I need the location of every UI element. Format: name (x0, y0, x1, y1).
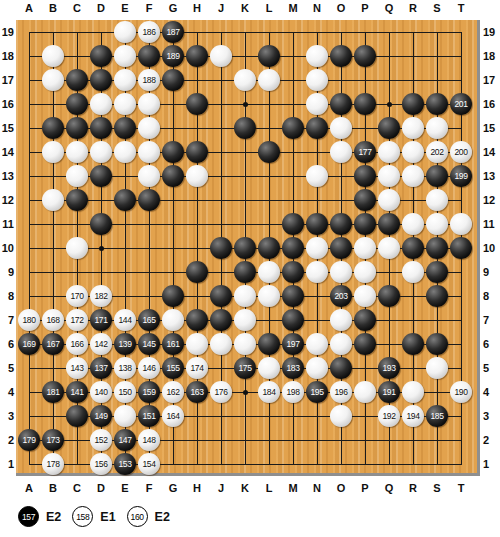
stone-L4: 184 (258, 381, 280, 403)
star-point (387, 102, 392, 107)
stone-O5 (330, 357, 352, 379)
stone-P18 (354, 45, 376, 67)
stone-number: 163 (191, 388, 204, 397)
stone-P13 (354, 165, 376, 187)
stone-P16 (354, 93, 376, 115)
row-label-left: 11 (0, 217, 14, 231)
stone-S6 (426, 333, 448, 355)
row-label-right: 14 (483, 145, 499, 159)
stone-E7: 144 (114, 309, 136, 331)
stone-number: 174 (191, 364, 204, 373)
stone-K9 (234, 261, 256, 283)
stone-D18 (90, 45, 112, 67)
stone-J8 (210, 285, 232, 307)
row-label-right: 5 (483, 361, 499, 375)
stone-Q14 (378, 141, 400, 163)
stone-K5: 175 (234, 357, 256, 379)
column-label-top: O (332, 1, 350, 15)
stone-number: 192 (383, 412, 396, 421)
stone-C15 (66, 117, 88, 139)
stone-M6: 197 (282, 333, 304, 355)
stone-number: 180 (23, 316, 36, 325)
column-label-top: T (452, 1, 470, 15)
column-label-top: B (44, 1, 62, 15)
stone-N13 (306, 165, 328, 187)
column-label-top: F (140, 1, 158, 15)
stone-G7 (162, 309, 184, 331)
stone-D15 (90, 117, 112, 139)
column-label-top: E (116, 1, 134, 15)
row-label-right: 6 (483, 337, 499, 351)
row-label-right: 16 (483, 97, 499, 111)
stone-K15 (234, 117, 256, 139)
stone-B2: 173 (42, 429, 64, 451)
stone-M9 (282, 261, 304, 283)
stone-O18 (330, 45, 352, 67)
row-label-right: 2 (483, 433, 499, 447)
column-label-bottom: A (20, 481, 38, 495)
stone-Q10 (378, 237, 400, 259)
stone-C13 (66, 165, 88, 187)
stone-F14 (138, 141, 160, 163)
column-label-bottom: L (260, 481, 278, 495)
stone-number: 172 (71, 316, 84, 325)
stone-Q12 (378, 189, 400, 211)
column-label-top: S (428, 1, 446, 15)
stone-K7 (234, 309, 256, 331)
stone-number: 150 (119, 388, 132, 397)
row-label-left: 10 (0, 241, 14, 255)
stone-number: 168 (47, 316, 60, 325)
row-label-right: 4 (483, 385, 499, 399)
column-label-top: Q (380, 1, 398, 15)
stone-D4: 140 (90, 381, 112, 403)
stone-L9 (258, 261, 280, 283)
column-label-bottom: N (308, 481, 326, 495)
column-label-bottom: H (188, 481, 206, 495)
stone-O14 (330, 141, 352, 163)
stone-B18 (42, 45, 64, 67)
stone-R13 (402, 165, 424, 187)
stone-F13 (138, 165, 160, 187)
stone-number: 197 (287, 340, 300, 349)
row-label-left: 5 (0, 361, 14, 375)
stone-number: 164 (167, 412, 180, 421)
stone-M10 (282, 237, 304, 259)
stone-number: 190 (455, 388, 468, 397)
stone-B1: 178 (42, 453, 64, 475)
row-label-left: 14 (0, 145, 14, 159)
stone-number: 184 (263, 388, 276, 397)
stone-number: 151 (143, 412, 156, 421)
stone-number: 149 (95, 412, 108, 421)
caption-move-158: 158 (72, 506, 93, 527)
stone-P4 (354, 381, 376, 403)
stone-number: 173 (47, 436, 60, 445)
stone-D8: 182 (90, 285, 112, 307)
stone-M15 (282, 117, 304, 139)
stone-G5: 155 (162, 357, 184, 379)
stone-D6: 142 (90, 333, 112, 355)
stone-N10 (306, 237, 328, 259)
stone-K10 (234, 237, 256, 259)
stone-number: 201 (455, 100, 468, 109)
column-label-top: P (356, 1, 374, 15)
stone-number: 195 (311, 388, 324, 397)
stone-O16 (330, 93, 352, 115)
stone-E5: 138 (114, 357, 136, 379)
stone-S16 (426, 93, 448, 115)
stone-N4: 195 (306, 381, 328, 403)
stone-G13 (162, 165, 184, 187)
stone-A2: 179 (18, 429, 40, 451)
stone-A6: 169 (18, 333, 40, 355)
stone-P9 (354, 261, 376, 283)
column-label-top: H (188, 1, 206, 15)
stone-L14 (258, 141, 280, 163)
row-label-left: 7 (0, 313, 14, 327)
stone-H7 (186, 309, 208, 331)
stone-C5: 143 (66, 357, 88, 379)
stone-number: 139 (119, 340, 132, 349)
stone-C16 (66, 93, 88, 115)
stone-N18 (306, 45, 328, 67)
stone-number: 181 (47, 388, 60, 397)
stone-K8 (234, 285, 256, 307)
row-label-left: 2 (0, 433, 14, 447)
stone-D13 (90, 165, 112, 187)
stone-number: 182 (95, 292, 108, 301)
row-label-left: 15 (0, 121, 14, 135)
column-label-top: J (212, 1, 230, 15)
stone-S15 (426, 117, 448, 139)
stone-H18 (186, 45, 208, 67)
column-label-bottom: D (92, 481, 110, 495)
column-label-bottom: O (332, 481, 350, 495)
stone-F3: 151 (138, 405, 160, 427)
row-label-right: 7 (483, 313, 499, 327)
stone-E17 (114, 69, 136, 91)
column-label-top: A (20, 1, 38, 15)
stone-number: 153 (119, 460, 132, 469)
stone-B15 (42, 117, 64, 139)
stone-F5: 146 (138, 357, 160, 379)
stone-A7: 180 (18, 309, 40, 331)
stone-C7: 172 (66, 309, 88, 331)
stone-S11 (426, 213, 448, 235)
stone-G4: 162 (162, 381, 184, 403)
stone-F2: 148 (138, 429, 160, 451)
stone-number: 141 (71, 388, 84, 397)
stone-N17 (306, 69, 328, 91)
stone-C12 (66, 189, 88, 211)
stone-H13 (186, 165, 208, 187)
stone-J6 (210, 333, 232, 355)
stone-number: 175 (239, 364, 252, 373)
row-label-left: 12 (0, 193, 14, 207)
column-label-bottom: M (284, 481, 302, 495)
stone-S5 (426, 357, 448, 379)
stone-number: 145 (143, 340, 156, 349)
stone-number: 203 (335, 292, 348, 301)
column-label-top: G (164, 1, 182, 15)
stone-P12 (354, 189, 376, 211)
stone-T10 (450, 237, 472, 259)
stone-R3: 194 (402, 405, 424, 427)
row-label-left: 1 (0, 457, 14, 471)
stone-G18: 189 (162, 45, 184, 67)
stone-H9 (186, 261, 208, 283)
stone-O7 (330, 309, 352, 331)
stone-K6 (234, 333, 256, 355)
stone-F19: 186 (138, 21, 160, 43)
stone-E16 (114, 93, 136, 115)
stone-P11 (354, 213, 376, 235)
stone-number: 146 (143, 364, 156, 373)
stone-number: 155 (167, 364, 180, 373)
column-label-bottom: E (116, 481, 134, 495)
stone-number: 196 (335, 388, 348, 397)
row-label-right: 15 (483, 121, 499, 135)
stone-number: 167 (47, 340, 60, 349)
row-label-right: 9 (483, 265, 499, 279)
stone-M11 (282, 213, 304, 235)
stone-E12 (114, 189, 136, 211)
stone-L6 (258, 333, 280, 355)
go-board[interactable]: 1861871891882011772022001991701822031801… (16, 20, 480, 476)
column-label-bottom: P (356, 481, 374, 495)
stone-N9 (306, 261, 328, 283)
column-label-bottom: G (164, 481, 182, 495)
column-label-bottom: K (236, 481, 254, 495)
stone-D1: 156 (90, 453, 112, 475)
stone-number: 154 (143, 460, 156, 469)
stone-number: 165 (143, 316, 156, 325)
stone-Q5: 193 (378, 357, 400, 379)
row-label-left: 4 (0, 385, 14, 399)
stone-T13: 199 (450, 165, 472, 187)
stone-L10 (258, 237, 280, 259)
row-label-right: 19 (483, 25, 499, 39)
stone-T4: 190 (450, 381, 472, 403)
star-point (243, 390, 248, 395)
stone-M5: 183 (282, 357, 304, 379)
stone-number: 199 (455, 172, 468, 181)
stone-E14 (114, 141, 136, 163)
stone-number: 194 (407, 412, 420, 421)
stone-G6: 161 (162, 333, 184, 355)
stone-R16 (402, 93, 424, 115)
stone-number: 187 (167, 28, 180, 37)
stone-O6 (330, 333, 352, 355)
stone-F6: 145 (138, 333, 160, 355)
stone-N16 (306, 93, 328, 115)
column-label-top: C (68, 1, 86, 15)
stone-P14: 177 (354, 141, 376, 163)
stone-H5: 174 (186, 357, 208, 379)
stone-C4: 141 (66, 381, 88, 403)
stone-D17 (90, 69, 112, 91)
stone-B12 (42, 189, 64, 211)
stone-number: 189 (167, 52, 180, 61)
stone-Q11 (378, 213, 400, 235)
stone-C17 (66, 69, 88, 91)
stone-D2: 152 (90, 429, 112, 451)
stone-Q15 (378, 117, 400, 139)
stone-N11 (306, 213, 328, 235)
stone-F12 (138, 189, 160, 211)
stone-D3: 149 (90, 405, 112, 427)
column-label-bottom: F (140, 481, 158, 495)
stone-number: 142 (95, 340, 108, 349)
stone-R10 (402, 237, 424, 259)
stone-G8 (162, 285, 184, 307)
column-label-top: N (308, 1, 326, 15)
stone-T16: 201 (450, 93, 472, 115)
go-diagram-page: ABCDEFGHJKLMNOPQRST 19181716151413121110… (0, 0, 500, 537)
stone-F7: 165 (138, 309, 160, 331)
row-label-left: 17 (0, 73, 14, 87)
stone-F4: 159 (138, 381, 160, 403)
column-label-bottom: C (68, 481, 86, 495)
stone-K17 (234, 69, 256, 91)
stone-S12 (426, 189, 448, 211)
stone-O4: 196 (330, 381, 352, 403)
stone-F16 (138, 93, 160, 115)
stone-H6 (186, 333, 208, 355)
column-label-bottom: T (452, 481, 470, 495)
stone-number: 166 (71, 340, 84, 349)
column-label-top: K (236, 1, 254, 15)
row-label-left: 13 (0, 169, 14, 183)
row-label-left: 16 (0, 97, 14, 111)
row-label-right: 12 (483, 193, 499, 207)
stone-C8: 170 (66, 285, 88, 307)
stone-P8 (354, 285, 376, 307)
stone-E2: 147 (114, 429, 136, 451)
row-label-left: 8 (0, 289, 14, 303)
stone-O11 (330, 213, 352, 235)
stone-number: 147 (119, 436, 132, 445)
stone-S9 (426, 261, 448, 283)
stone-S13 (426, 165, 448, 187)
stone-number: 171 (95, 316, 108, 325)
stone-E4: 150 (114, 381, 136, 403)
column-label-top: L (260, 1, 278, 15)
row-label-left: 18 (0, 49, 14, 63)
stone-R15 (402, 117, 424, 139)
stone-P7 (354, 309, 376, 331)
stone-B7: 168 (42, 309, 64, 331)
stone-C6: 166 (66, 333, 88, 355)
stone-number: 200 (455, 148, 468, 157)
stone-number: 186 (143, 28, 156, 37)
stone-N5 (306, 357, 328, 379)
stone-E18 (114, 45, 136, 67)
stone-E19 (114, 21, 136, 43)
stone-number: 144 (119, 316, 132, 325)
stone-D5: 137 (90, 357, 112, 379)
stone-S8 (426, 285, 448, 307)
stone-number: 148 (143, 436, 156, 445)
stone-D16 (90, 93, 112, 115)
stone-F18 (138, 45, 160, 67)
stone-D14 (90, 141, 112, 163)
stone-R14 (402, 141, 424, 163)
stone-F15 (138, 117, 160, 139)
column-label-bottom: B (44, 481, 62, 495)
stone-H16 (186, 93, 208, 115)
stone-R9 (402, 261, 424, 283)
stone-number: 137 (95, 364, 108, 373)
stone-J10 (210, 237, 232, 259)
stone-J7 (210, 309, 232, 331)
stone-P6 (354, 333, 376, 355)
stone-F17: 188 (138, 69, 160, 91)
stone-E1: 153 (114, 453, 136, 475)
stone-number: 193 (383, 364, 396, 373)
stone-M7 (282, 309, 304, 331)
stone-Q13 (378, 165, 400, 187)
stone-number: 183 (287, 364, 300, 373)
row-label-right: 13 (483, 169, 499, 183)
stone-F1: 154 (138, 453, 160, 475)
stone-C14 (66, 141, 88, 163)
stone-G17 (162, 69, 184, 91)
row-label-right: 11 (483, 217, 499, 231)
stone-E6: 139 (114, 333, 136, 355)
stone-number: 176 (215, 388, 228, 397)
star-point (99, 246, 104, 251)
stone-T14: 200 (450, 141, 472, 163)
stone-B6: 167 (42, 333, 64, 355)
stone-N15 (306, 117, 328, 139)
stone-M8 (282, 285, 304, 307)
stone-B14 (42, 141, 64, 163)
stone-number: 179 (23, 436, 36, 445)
stone-R4 (402, 381, 424, 403)
row-label-left: 6 (0, 337, 14, 351)
stone-M4: 198 (282, 381, 304, 403)
stone-number: 156 (95, 460, 108, 469)
stone-N6 (306, 333, 328, 355)
stone-L5 (258, 357, 280, 379)
stone-number: 138 (119, 364, 132, 373)
column-label-bottom: Q (380, 481, 398, 495)
column-label-top: M (284, 1, 302, 15)
stone-R6 (402, 333, 424, 355)
row-label-right: 18 (483, 49, 499, 63)
stone-O3 (330, 405, 352, 427)
stone-number: 161 (167, 340, 180, 349)
stone-E15 (114, 117, 136, 139)
caption-move-160: 160 (127, 506, 148, 527)
stone-number: 143 (71, 364, 84, 373)
stone-number: 202 (431, 148, 444, 157)
stone-R11 (402, 213, 424, 235)
row-label-right: 3 (483, 409, 499, 423)
move-caption: 157E2158E1160E2 (18, 506, 174, 527)
stone-number: 198 (287, 388, 300, 397)
stone-number: 169 (23, 340, 36, 349)
caption-coord: E1 (100, 510, 115, 524)
stone-S10 (426, 237, 448, 259)
stone-L17 (258, 69, 280, 91)
row-label-left: 3 (0, 409, 14, 423)
stone-number: 152 (95, 436, 108, 445)
row-label-right: 8 (483, 289, 499, 303)
stone-S14: 202 (426, 141, 448, 163)
